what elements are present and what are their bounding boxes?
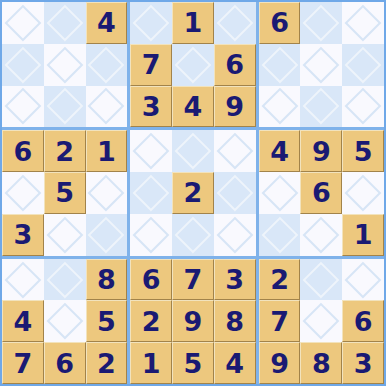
given-digit: 8: [225, 308, 244, 335]
given-digit: 3: [354, 350, 373, 377]
cell-r5c9[interactable]: [342, 172, 384, 214]
cell-r8c9: 6: [342, 300, 384, 342]
given-digit: 6: [225, 51, 244, 78]
given-digit: 8: [97, 266, 116, 293]
diamond-decoration: [5, 175, 42, 212]
given-digit: 5: [184, 350, 203, 377]
cell-r8c1: 4: [2, 300, 44, 342]
cell-r4c7: 4: [259, 130, 301, 172]
diamond-decoration: [133, 216, 170, 253]
cell-r6c9: 1: [342, 214, 384, 256]
given-digit: 2: [97, 350, 116, 377]
cell-r1c7: 6: [259, 2, 301, 44]
cell-r5c5: 2: [172, 172, 214, 214]
box-2-1: 62153: [2, 130, 127, 255]
cell-r4c3: 1: [86, 130, 128, 172]
diamond-decoration: [46, 216, 83, 253]
diamond-decoration: [303, 88, 340, 125]
diamond-decoration: [46, 46, 83, 83]
cell-r6c3[interactable]: [86, 214, 128, 256]
diamond-decoration: [88, 88, 125, 125]
given-digit: 2: [142, 308, 161, 335]
cell-r2c3[interactable]: [86, 44, 128, 86]
given-digit: 3: [142, 93, 161, 120]
given-digit: 3: [13, 221, 32, 248]
given-digit: 9: [184, 308, 203, 335]
cell-r6c8[interactable]: [300, 214, 342, 256]
given-digit: 1: [142, 350, 161, 377]
cell-r8c8[interactable]: [300, 300, 342, 342]
cell-r1c8[interactable]: [300, 2, 342, 44]
cell-r7c9[interactable]: [342, 259, 384, 301]
given-digit: 1: [184, 9, 203, 36]
diamond-decoration: [88, 216, 125, 253]
cell-r3c6: 9: [214, 86, 256, 128]
given-digit: 3: [225, 266, 244, 293]
cell-r3c2[interactable]: [44, 86, 86, 128]
cell-r9c9: 3: [342, 342, 384, 384]
box-2-3: 49561: [259, 130, 384, 255]
cell-r7c2[interactable]: [44, 259, 86, 301]
cell-r6c6[interactable]: [214, 214, 256, 256]
given-digit: 8: [312, 350, 331, 377]
cell-r2c8[interactable]: [300, 44, 342, 86]
cell-r2c1[interactable]: [2, 44, 44, 86]
cell-r2c5[interactable]: [172, 44, 214, 86]
given-digit: 4: [97, 9, 116, 36]
cell-r9c1: 7: [2, 342, 44, 384]
diamond-decoration: [46, 88, 83, 125]
diamond-decoration: [303, 303, 340, 340]
cell-r3c1[interactable]: [2, 86, 44, 128]
cell-r6c7[interactable]: [259, 214, 301, 256]
cell-r1c6[interactable]: [214, 2, 256, 44]
box-1-3: 6: [259, 2, 384, 127]
given-digit: 7: [13, 350, 32, 377]
diamond-decoration: [46, 261, 83, 298]
box-3-3: 276983: [259, 259, 384, 384]
cell-r9c3: 2: [86, 342, 128, 384]
cell-r4c8: 9: [300, 130, 342, 172]
box-2-2: 2: [130, 130, 255, 255]
given-digit: 6: [55, 350, 74, 377]
given-digit: 2: [270, 266, 289, 293]
cell-r6c1: 3: [2, 214, 44, 256]
cell-r3c8[interactable]: [300, 86, 342, 128]
cell-r5c7[interactable]: [259, 172, 301, 214]
box-1-1: 4: [2, 2, 127, 127]
diamond-decoration: [133, 133, 170, 170]
cell-r6c4[interactable]: [130, 214, 172, 256]
diamond-decoration: [175, 46, 212, 83]
cell-r6c2[interactable]: [44, 214, 86, 256]
cell-r1c9[interactable]: [342, 2, 384, 44]
cell-r1c1[interactable]: [2, 2, 44, 44]
given-digit: 5: [97, 308, 116, 335]
given-digit: 6: [13, 138, 32, 165]
diamond-decoration: [303, 261, 340, 298]
cell-r5c8: 6: [300, 172, 342, 214]
cell-r9c7: 9: [259, 342, 301, 384]
given-digit: 1: [354, 221, 373, 248]
diamond-decoration: [46, 303, 83, 340]
given-digit: 4: [184, 93, 203, 120]
diamond-decoration: [261, 46, 298, 83]
cell-r2c4: 7: [130, 44, 172, 86]
given-digit: 5: [55, 179, 74, 206]
diamond-decoration: [216, 5, 253, 42]
diamond-decoration: [133, 175, 170, 212]
diamond-decoration: [5, 5, 42, 42]
cell-r9c8: 8: [300, 342, 342, 384]
cell-r5c1[interactable]: [2, 172, 44, 214]
diamond-decoration: [303, 5, 340, 42]
given-digit: 2: [55, 138, 74, 165]
given-digit: 1: [97, 138, 116, 165]
cell-r3c9[interactable]: [342, 86, 384, 128]
diamond-decoration: [261, 175, 298, 212]
cell-r7c8[interactable]: [300, 259, 342, 301]
cell-r7c3: 8: [86, 259, 128, 301]
cell-r9c5: 5: [172, 342, 214, 384]
cell-r9c4: 1: [130, 342, 172, 384]
given-digit: 6: [270, 9, 289, 36]
given-digit: 9: [270, 350, 289, 377]
cell-r8c4: 2: [130, 300, 172, 342]
cell-r2c9[interactable]: [342, 44, 384, 86]
cell-r8c3: 5: [86, 300, 128, 342]
diamond-decoration: [345, 46, 382, 83]
cell-r9c2: 6: [44, 342, 86, 384]
cell-r8c2[interactable]: [44, 300, 86, 342]
given-digit: 4: [270, 138, 289, 165]
cell-r3c5: 4: [172, 86, 214, 128]
cell-r1c4[interactable]: [130, 2, 172, 44]
diamond-decoration: [216, 216, 253, 253]
cell-r5c6[interactable]: [214, 172, 256, 214]
diamond-decoration: [261, 88, 298, 125]
cell-r2c7[interactable]: [259, 44, 301, 86]
diamond-decoration: [345, 175, 382, 212]
cell-r8c6: 8: [214, 300, 256, 342]
cell-r6c5[interactable]: [172, 214, 214, 256]
box-1-2: 176349: [130, 2, 255, 127]
given-digit: 4: [225, 350, 244, 377]
diamond-decoration: [5, 46, 42, 83]
diamond-decoration: [345, 261, 382, 298]
cell-r5c4[interactable]: [130, 172, 172, 214]
cell-r8c7: 7: [259, 300, 301, 342]
cell-r3c3[interactable]: [86, 86, 128, 128]
diamond-decoration: [175, 216, 212, 253]
sudoku-board: 4176349662153249561845762673298154276983: [0, 0, 386, 386]
diamond-decoration: [88, 175, 125, 212]
given-digit: 5: [354, 138, 373, 165]
given-digit: 7: [142, 51, 161, 78]
cell-r2c2[interactable]: [44, 44, 86, 86]
given-digit: 2: [184, 179, 203, 206]
given-digit: 9: [312, 138, 331, 165]
given-digit: 7: [184, 266, 203, 293]
diamond-decoration: [133, 5, 170, 42]
cell-r1c3: 4: [86, 2, 128, 44]
cell-r1c2[interactable]: [44, 2, 86, 44]
cell-r8c5: 9: [172, 300, 214, 342]
cell-r4c5[interactable]: [172, 130, 214, 172]
cell-r9c6: 4: [214, 342, 256, 384]
diamond-decoration: [5, 88, 42, 125]
cell-r3c4: 3: [130, 86, 172, 128]
diamond-decoration: [303, 46, 340, 83]
cell-r4c4[interactable]: [130, 130, 172, 172]
box-3-1: 845762: [2, 259, 127, 384]
cell-r7c7: 2: [259, 259, 301, 301]
diamond-decoration: [345, 88, 382, 125]
given-digit: 7: [270, 308, 289, 335]
diamond-decoration: [216, 133, 253, 170]
given-digit: 4: [13, 308, 32, 335]
cell-r5c2: 5: [44, 172, 86, 214]
cell-r7c5: 7: [172, 259, 214, 301]
diamond-decoration: [303, 216, 340, 253]
cell-r4c6[interactable]: [214, 130, 256, 172]
cell-r4c9: 5: [342, 130, 384, 172]
diamond-decoration: [46, 5, 83, 42]
diamond-decoration: [88, 46, 125, 83]
given-digit: 6: [354, 308, 373, 335]
cell-r5c3[interactable]: [86, 172, 128, 214]
cell-r2c6: 6: [214, 44, 256, 86]
given-digit: 9: [225, 93, 244, 120]
given-digit: 6: [142, 266, 161, 293]
given-digit: 6: [312, 179, 331, 206]
diamond-decoration: [175, 133, 212, 170]
diamond-decoration: [5, 261, 42, 298]
cell-r4c2: 2: [44, 130, 86, 172]
diamond-decoration: [261, 216, 298, 253]
cell-r7c6: 3: [214, 259, 256, 301]
cell-r1c5: 1: [172, 2, 214, 44]
cell-r4c1: 6: [2, 130, 44, 172]
diamond-decoration: [216, 175, 253, 212]
box-3-2: 673298154: [130, 259, 255, 384]
cell-r3c7[interactable]: [259, 86, 301, 128]
cell-r7c4: 6: [130, 259, 172, 301]
diamond-decoration: [345, 5, 382, 42]
cell-r7c1[interactable]: [2, 259, 44, 301]
